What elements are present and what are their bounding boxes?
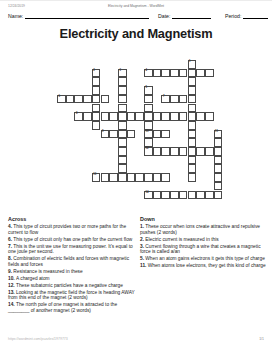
clue-number: 7 [163, 96, 165, 99]
across-clues: Across 4. This type of circuit provides … [8, 217, 135, 315]
crossword-cell [205, 69, 214, 78]
crossword-cell [205, 147, 214, 156]
crossword-cell: 5 [144, 86, 153, 95]
crossword-cell [179, 95, 188, 104]
crossword-cell [214, 173, 223, 182]
printed-date: 12/24/2019 [8, 4, 25, 8]
clue-number: 8 [76, 113, 78, 116]
clue-number: 11 [215, 131, 218, 134]
crossword-cell [196, 191, 205, 200]
crossword-cell [127, 173, 136, 182]
down-heading: Down [140, 217, 267, 223]
crossword-cell [144, 138, 153, 147]
crossword-cell [66, 95, 75, 104]
crossword-cell [170, 95, 179, 104]
crossword-cell [92, 112, 101, 121]
crossword-cell [101, 112, 110, 121]
crossword-cell [118, 164, 127, 173]
crossword-cell [92, 86, 101, 95]
crossword-cell [188, 156, 197, 165]
down-clue-list: 1. These occur when ions create attracti… [140, 224, 267, 269]
crossword-cell [153, 173, 162, 182]
crossword-cell [214, 164, 223, 173]
clue-number: 9 [102, 131, 104, 134]
crossword-cell [83, 95, 92, 104]
crossword-cell [109, 173, 118, 182]
crossword-cell [127, 112, 136, 121]
across-heading: Across [8, 217, 135, 223]
clue-item: 6. This type of circuit only has one pat… [8, 237, 135, 243]
crossword-cell [170, 147, 179, 156]
clue-item: 4. This type of circuit provides two or … [8, 224, 135, 235]
clue-item: 5. When an atom gains electrons it gets … [140, 256, 267, 262]
clue-item: 11. When atoms lose electrons, they get … [140, 263, 267, 269]
crossword-cell [92, 95, 101, 104]
crossword-cell [144, 121, 153, 130]
crossword-cell [118, 104, 127, 113]
crossword-cell [170, 191, 179, 200]
clue-number: 10 [146, 131, 149, 134]
crossword-cell: 8 [74, 112, 83, 121]
crossword-cell [118, 138, 127, 147]
clue-item: 2. Electric current is measured in this [140, 237, 267, 243]
crossword-cell [188, 130, 197, 139]
page-title: Electricity and Magnetism [0, 26, 272, 41]
crossword-cell [161, 191, 170, 200]
clue-item: 3. Current flowing through a wire that c… [140, 244, 267, 255]
crossword-cell [161, 147, 170, 156]
clue-item: 9. Resistance is measured in these [8, 269, 135, 275]
crossword-cell [118, 112, 127, 121]
name-field: Name: [8, 13, 149, 19]
crossword-cell [161, 69, 170, 78]
crossword-cell: 1 [188, 60, 197, 69]
down-clues: Down 1. These occur when ions create att… [140, 217, 267, 270]
clue-number: 14 [146, 192, 149, 195]
clue-number: 2 [93, 70, 95, 73]
crossword-cell [153, 191, 162, 200]
clue-item: 12. These subatomic particles have a neg… [8, 283, 135, 289]
crossword-cell [196, 69, 205, 78]
date-field: Date: [158, 13, 211, 19]
crossword-cell: 6 [57, 95, 66, 104]
crossword-cell [83, 112, 92, 121]
clue-item: 10. A charged atom [8, 276, 135, 282]
crossword-cell [118, 130, 127, 139]
crossword-cell [188, 164, 197, 173]
crossword-cell [179, 191, 188, 200]
crossword-cell [92, 104, 101, 113]
crossword-cell [188, 112, 197, 121]
clue-number: 6 [59, 96, 61, 99]
crossword-cell [188, 138, 197, 147]
crossword-grid: 1234567891011121314 [57, 60, 223, 200]
crossword-cell [188, 86, 197, 95]
crossword-cell [214, 182, 223, 191]
period-field: Period: [225, 13, 268, 19]
crossword-cell [161, 173, 170, 182]
crossword-cell [214, 191, 223, 200]
crossword-cell [144, 112, 153, 121]
crossword-cell [188, 191, 197, 200]
clue-number: 13 [93, 174, 96, 177]
clue-number: 4 [146, 70, 148, 73]
crossword-cell [109, 112, 118, 121]
period-blank-line [243, 14, 268, 20]
crossword-cell: 10 [144, 130, 153, 139]
crossword-cell [196, 112, 205, 121]
date-blank-line [172, 14, 211, 20]
date-label: Date: [158, 13, 170, 19]
crossword-cell [188, 77, 197, 86]
crossword-cell [153, 69, 162, 78]
crossword-cell [179, 147, 188, 156]
crossword-cell: 12 [144, 147, 153, 156]
clue-number: 3 [119, 70, 121, 73]
crossword-cell [188, 69, 197, 78]
crossword-cell [161, 130, 170, 139]
crossword-cell [205, 112, 214, 121]
crossword-cell [118, 95, 127, 104]
crossword-cell [101, 95, 110, 104]
crossword-cell [161, 112, 170, 121]
crossword-cell: 7 [161, 95, 170, 104]
crossword-cell: 4 [144, 69, 153, 78]
document-header: Electricity and Magnetism - WordMint [0, 4, 272, 8]
crossword-cell [188, 173, 197, 182]
clue-number: 1 [189, 61, 191, 64]
crossword-cell [118, 173, 127, 182]
crossword-cell [188, 147, 197, 156]
crossword-cell [144, 173, 153, 182]
crossword-cell: 3 [118, 69, 127, 78]
crossword-cell [135, 112, 144, 121]
crossword-cell [170, 69, 179, 78]
footer-page-number: 1/1 [0, 337, 264, 341]
crossword-cell [153, 147, 162, 156]
clue-item: 8. Combination of electric fields and fo… [8, 256, 135, 267]
crossword-cell [153, 112, 162, 121]
crossword-cell [188, 104, 197, 113]
crossword-cell [214, 147, 223, 156]
crossword-cell [101, 173, 110, 182]
crossword-cell: 11 [214, 130, 223, 139]
crossword-cell [118, 156, 127, 165]
clue-number: 12 [146, 148, 149, 151]
crossword-cell [144, 95, 153, 104]
crossword-cell [144, 104, 153, 113]
crossword-cell [188, 121, 197, 130]
clue-item: 13. Looking at the magnetic field the fo… [8, 290, 135, 301]
crossword-cell [127, 130, 136, 139]
crossword-cell: 9 [101, 130, 110, 139]
crossword-cell: 13 [92, 173, 101, 182]
clue-number: 5 [146, 87, 148, 90]
clue-item: 14. The north pole of one magnet is attr… [8, 302, 135, 313]
crossword-cell [118, 86, 127, 95]
crossword-cell: 14 [144, 191, 153, 200]
crossword-cell [153, 130, 162, 139]
crossword-cell [135, 173, 144, 182]
crossword-cell [118, 147, 127, 156]
crossword-cell [196, 147, 205, 156]
crossword-cell: 2 [92, 69, 101, 78]
crossword-cell [179, 69, 188, 78]
crossword-cell [214, 138, 223, 147]
crossword-cell [205, 191, 214, 200]
crossword-cell [188, 95, 197, 104]
name-label: Name: [8, 13, 23, 19]
name-blank-line [25, 14, 149, 20]
crossword-cell [92, 77, 101, 86]
crossword-cell [118, 77, 127, 86]
crossword-cell [179, 112, 188, 121]
worksheet-page: { "game": "crossword", "meta": { "printe… [0, 0, 272, 350]
crossword-cell [170, 112, 179, 121]
clue-item: 7. This is the unit we use for measuring… [8, 244, 135, 255]
crossword-cell [109, 130, 118, 139]
clue-item: 1. These occur when ions create attracti… [140, 224, 267, 235]
crossword-cell [74, 95, 83, 104]
crossword-cell [118, 121, 127, 130]
crossword-cell [214, 156, 223, 165]
across-clue-list: 4. This type of circuit provides two or … [8, 224, 135, 313]
period-label: Period: [225, 13, 241, 19]
crossword-cell [92, 121, 101, 130]
